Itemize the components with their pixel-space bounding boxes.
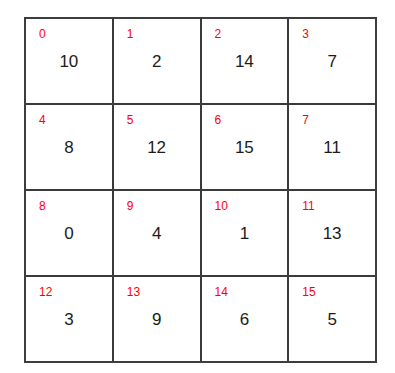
cell-value: 12	[147, 139, 166, 156]
cell-2[interactable]: 2 14	[202, 19, 288, 103]
cell-index-label: 3	[302, 28, 309, 40]
cell-index-label: 11	[302, 200, 314, 212]
cell-index-label: 4	[39, 114, 46, 126]
cell-index-label: 2	[215, 28, 222, 40]
cell-index-label: 8	[39, 200, 46, 212]
cell-index-label: 10	[215, 200, 228, 212]
cell-9[interactable]: 9 4	[114, 191, 200, 275]
cell-value: 3	[64, 311, 73, 328]
cell-7[interactable]: 7 11	[289, 105, 375, 189]
cell-value: 7	[327, 53, 336, 70]
cell-value: 10	[59, 53, 78, 70]
cell-value: 13	[323, 225, 342, 242]
cell-index-label: 7	[302, 114, 309, 126]
cell-value: 0	[64, 225, 73, 242]
cell-value: 11	[323, 139, 341, 156]
cell-value: 6	[240, 311, 249, 328]
cell-value: 8	[64, 139, 73, 156]
puzzle-board: 0 10 1 2 2 14 3 7 4 8 5 12 6 15 7 11	[24, 17, 377, 363]
cell-index-label: 13	[127, 286, 140, 298]
cell-11[interactable]: 11 13	[289, 191, 375, 275]
cell-8[interactable]: 8 0	[26, 191, 112, 275]
cell-15[interactable]: 15 5	[289, 277, 375, 361]
cell-3[interactable]: 3 7	[289, 19, 375, 103]
cell-0[interactable]: 0 10	[26, 19, 112, 103]
cell-10[interactable]: 10 1	[202, 191, 288, 275]
cell-index-label: 15	[302, 286, 315, 298]
cell-value: 4	[152, 225, 161, 242]
cell-index-label: 0	[39, 28, 46, 40]
cell-value: 14	[235, 53, 254, 70]
puzzle-canvas: 0 10 1 2 2 14 3 7 4 8 5 12 6 15 7 11	[0, 0, 395, 373]
cell-13[interactable]: 13 9	[114, 277, 200, 361]
cell-value: 1	[240, 225, 249, 242]
cell-value: 5	[327, 311, 336, 328]
cell-4[interactable]: 4 8	[26, 105, 112, 189]
cell-5[interactable]: 5 12	[114, 105, 200, 189]
cell-index-label: 1	[127, 28, 134, 40]
cell-6[interactable]: 6 15	[202, 105, 288, 189]
cell-value: 15	[235, 139, 254, 156]
cell-index-label: 6	[215, 114, 222, 126]
cell-12[interactable]: 12 3	[26, 277, 112, 361]
cell-value: 9	[152, 311, 161, 328]
cell-14[interactable]: 14 6	[202, 277, 288, 361]
cell-index-label: 14	[215, 286, 228, 298]
cell-index-label: 9	[127, 200, 134, 212]
cell-index-label: 5	[127, 114, 134, 126]
cell-1[interactable]: 1 2	[114, 19, 200, 103]
cell-value: 2	[152, 53, 161, 70]
cell-index-label: 12	[39, 286, 52, 298]
